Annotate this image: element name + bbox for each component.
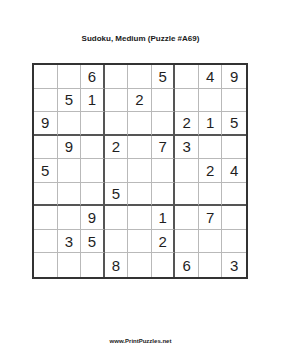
cell-r6c4[interactable]: 5 xyxy=(105,183,129,207)
cell-r5c5[interactable] xyxy=(128,159,152,183)
cell-r1c7[interactable] xyxy=(175,65,199,89)
cell-r1c4[interactable] xyxy=(105,65,129,89)
cell-r6c8[interactable] xyxy=(199,183,223,207)
cell-r7c6[interactable]: 1 xyxy=(152,206,176,230)
cell-r6c2[interactable] xyxy=(58,183,82,207)
cell-r3c1[interactable]: 9 xyxy=(34,112,58,136)
cell-r8c9[interactable] xyxy=(222,230,246,254)
cell-r4c9[interactable] xyxy=(222,136,246,160)
cell-r7c9[interactable] xyxy=(222,206,246,230)
cell-r2c2[interactable]: 5 xyxy=(58,89,82,113)
cell-r7c2[interactable] xyxy=(58,206,82,230)
cell-r2c7[interactable] xyxy=(175,89,199,113)
cell-r9c9[interactable]: 3 xyxy=(222,253,246,277)
cell-r2c9[interactable] xyxy=(222,89,246,113)
cell-r5c8[interactable]: 2 xyxy=(199,159,223,183)
cell-r4c3[interactable] xyxy=(81,136,105,160)
cell-r3c2[interactable] xyxy=(58,112,82,136)
cell-r7c8[interactable]: 7 xyxy=(199,206,223,230)
cell-r2c5[interactable]: 2 xyxy=(128,89,152,113)
cell-r9c1[interactable] xyxy=(34,253,58,277)
cell-r8c8[interactable] xyxy=(199,230,223,254)
sudoku-page: Sudoku, Medium (Puzzle #A69) 65495129215… xyxy=(0,0,281,363)
page-title: Sudoku, Medium (Puzzle #A69) xyxy=(0,34,281,43)
cell-r6c1[interactable] xyxy=(34,183,58,207)
cell-r5c7[interactable] xyxy=(175,159,199,183)
sudoku-board: 6549512921592735245917352863 xyxy=(32,63,248,279)
cell-r8c2[interactable]: 3 xyxy=(58,230,82,254)
cell-r3c5[interactable] xyxy=(128,112,152,136)
cell-r1c1[interactable] xyxy=(34,65,58,89)
cell-r6c3[interactable] xyxy=(81,183,105,207)
cell-r8c6[interactable]: 2 xyxy=(152,230,176,254)
cell-r6c6[interactable] xyxy=(152,183,176,207)
cell-r7c3[interactable]: 9 xyxy=(81,206,105,230)
cell-r1c9[interactable]: 9 xyxy=(222,65,246,89)
cell-r1c2[interactable] xyxy=(58,65,82,89)
cell-r1c3[interactable]: 6 xyxy=(81,65,105,89)
cell-r9c3[interactable] xyxy=(81,253,105,277)
cell-r8c3[interactable]: 5 xyxy=(81,230,105,254)
cell-r1c5[interactable] xyxy=(128,65,152,89)
cell-r9c4[interactable]: 8 xyxy=(105,253,129,277)
cell-r7c1[interactable] xyxy=(34,206,58,230)
cell-r8c7[interactable] xyxy=(175,230,199,254)
cell-r9c5[interactable] xyxy=(128,253,152,277)
cell-r4c8[interactable] xyxy=(199,136,223,160)
cell-r5c1[interactable]: 5 xyxy=(34,159,58,183)
cell-r2c6[interactable] xyxy=(152,89,176,113)
cell-r8c5[interactable] xyxy=(128,230,152,254)
cell-r9c7[interactable]: 6 xyxy=(175,253,199,277)
cell-r8c4[interactable] xyxy=(105,230,129,254)
cell-r9c2[interactable] xyxy=(58,253,82,277)
cell-r5c2[interactable] xyxy=(58,159,82,183)
cell-r7c7[interactable] xyxy=(175,206,199,230)
cell-r9c6[interactable] xyxy=(152,253,176,277)
footer-site-label: www.PrintPuzzles.net xyxy=(0,338,281,344)
cell-r3c9[interactable]: 5 xyxy=(222,112,246,136)
cell-r4c2[interactable]: 9 xyxy=(58,136,82,160)
cell-r5c4[interactable] xyxy=(105,159,129,183)
cell-r7c5[interactable] xyxy=(128,206,152,230)
cell-r4c7[interactable]: 3 xyxy=(175,136,199,160)
cell-r1c6[interactable]: 5 xyxy=(152,65,176,89)
cell-r3c4[interactable] xyxy=(105,112,129,136)
cell-r4c5[interactable] xyxy=(128,136,152,160)
cell-r3c8[interactable]: 1 xyxy=(199,112,223,136)
cell-r9c8[interactable] xyxy=(199,253,223,277)
cell-r5c9[interactable]: 4 xyxy=(222,159,246,183)
cell-r6c5[interactable] xyxy=(128,183,152,207)
cell-r6c7[interactable] xyxy=(175,183,199,207)
cell-r5c3[interactable] xyxy=(81,159,105,183)
cell-r3c7[interactable]: 2 xyxy=(175,112,199,136)
cell-r6c9[interactable] xyxy=(222,183,246,207)
cell-r3c3[interactable] xyxy=(81,112,105,136)
cell-r4c6[interactable]: 7 xyxy=(152,136,176,160)
cell-r8c1[interactable] xyxy=(34,230,58,254)
cell-r2c1[interactable] xyxy=(34,89,58,113)
cell-r4c1[interactable] xyxy=(34,136,58,160)
cell-r1c8[interactable]: 4 xyxy=(199,65,223,89)
cell-r5c6[interactable] xyxy=(152,159,176,183)
cell-r4c4[interactable]: 2 xyxy=(105,136,129,160)
cell-r2c3[interactable]: 1 xyxy=(81,89,105,113)
cell-r2c8[interactable] xyxy=(199,89,223,113)
cell-r7c4[interactable] xyxy=(105,206,129,230)
cell-r3c6[interactable] xyxy=(152,112,176,136)
cell-r2c4[interactable] xyxy=(105,89,129,113)
